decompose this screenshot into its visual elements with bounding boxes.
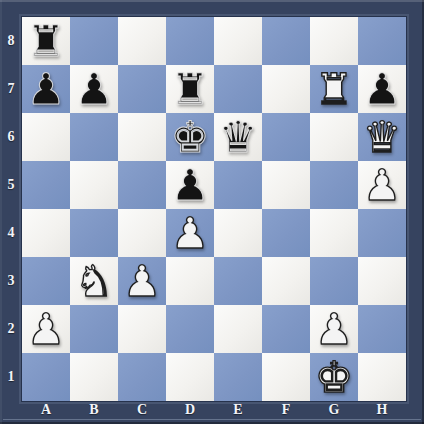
square-b1[interactable] bbox=[70, 353, 118, 401]
square-d4[interactable]: ♟ bbox=[166, 209, 214, 257]
piece-white-pawn-h5[interactable]: ♟ bbox=[363, 161, 402, 209]
square-c2[interactable] bbox=[118, 305, 166, 353]
square-d6[interactable]: ♚ bbox=[166, 113, 214, 161]
square-e5[interactable] bbox=[214, 161, 262, 209]
square-c3[interactable]: ♟ bbox=[118, 257, 166, 305]
square-d8[interactable] bbox=[166, 17, 214, 65]
piece-white-pawn-a2[interactable]: ♟ bbox=[27, 305, 66, 353]
square-b4[interactable] bbox=[70, 209, 118, 257]
square-h7[interactable]: ♟ bbox=[358, 65, 406, 113]
square-f3[interactable] bbox=[262, 257, 310, 305]
square-g2[interactable]: ♟ bbox=[310, 305, 358, 353]
square-g1[interactable]: ♚ bbox=[310, 353, 358, 401]
piece-black-king-d6[interactable]: ♚ bbox=[171, 113, 210, 161]
square-e1[interactable] bbox=[214, 353, 262, 401]
piece-black-rook-d7[interactable]: ♜ bbox=[171, 65, 210, 113]
square-g3[interactable] bbox=[310, 257, 358, 305]
piece-white-pawn-c3[interactable]: ♟ bbox=[123, 257, 162, 305]
square-f4[interactable] bbox=[262, 209, 310, 257]
piece-white-king-g1[interactable]: ♚ bbox=[315, 353, 354, 401]
square-a1[interactable] bbox=[22, 353, 70, 401]
file-label-f: F bbox=[262, 401, 310, 419]
file-label-h: H bbox=[358, 401, 406, 419]
square-d2[interactable] bbox=[166, 305, 214, 353]
piece-white-pawn-g2[interactable]: ♟ bbox=[315, 305, 354, 353]
square-e2[interactable] bbox=[214, 305, 262, 353]
piece-white-rook-g7[interactable]: ♜ bbox=[315, 65, 354, 113]
rank-label-1: 1 bbox=[0, 353, 22, 401]
square-a6[interactable] bbox=[22, 113, 70, 161]
chess-board: ♜♟♟♜♜♟♚♛♛♟♟♟♞♟♟♟♚ bbox=[22, 17, 406, 401]
square-d5[interactable]: ♟ bbox=[166, 161, 214, 209]
square-d3[interactable] bbox=[166, 257, 214, 305]
square-g7[interactable]: ♜ bbox=[310, 65, 358, 113]
square-c7[interactable] bbox=[118, 65, 166, 113]
square-h1[interactable] bbox=[358, 353, 406, 401]
rank-label-6: 6 bbox=[0, 113, 22, 161]
piece-white-pawn-d4[interactable]: ♟ bbox=[171, 209, 210, 257]
square-h3[interactable] bbox=[358, 257, 406, 305]
square-f6[interactable] bbox=[262, 113, 310, 161]
piece-black-queen-e6[interactable]: ♛ bbox=[219, 113, 258, 161]
square-g5[interactable] bbox=[310, 161, 358, 209]
square-c4[interactable] bbox=[118, 209, 166, 257]
square-h6[interactable]: ♛ bbox=[358, 113, 406, 161]
piece-black-pawn-b7[interactable]: ♟ bbox=[75, 65, 114, 113]
chess-board-frame: ♜♟♟♜♜♟♚♛♛♟♟♟♞♟♟♟♚ 87654321 ABCDEFGH bbox=[0, 0, 424, 424]
rank-label-2: 2 bbox=[0, 305, 22, 353]
square-h2[interactable] bbox=[358, 305, 406, 353]
square-g6[interactable] bbox=[310, 113, 358, 161]
square-f5[interactable] bbox=[262, 161, 310, 209]
rank-label-5: 5 bbox=[0, 161, 22, 209]
square-a2[interactable]: ♟ bbox=[22, 305, 70, 353]
square-c6[interactable] bbox=[118, 113, 166, 161]
piece-black-pawn-a7[interactable]: ♟ bbox=[27, 65, 66, 113]
square-g4[interactable] bbox=[310, 209, 358, 257]
piece-black-rook-a8[interactable]: ♜ bbox=[27, 17, 66, 65]
square-a8[interactable]: ♜ bbox=[22, 17, 70, 65]
file-label-d: D bbox=[166, 401, 214, 419]
square-a3[interactable] bbox=[22, 257, 70, 305]
piece-white-knight-b3[interactable]: ♞ bbox=[75, 257, 114, 305]
square-c1[interactable] bbox=[118, 353, 166, 401]
square-h4[interactable] bbox=[358, 209, 406, 257]
square-c5[interactable] bbox=[118, 161, 166, 209]
piece-white-queen-h6[interactable]: ♛ bbox=[363, 113, 402, 161]
square-g8[interactable] bbox=[310, 17, 358, 65]
file-label-b: B bbox=[70, 401, 118, 419]
square-b5[interactable] bbox=[70, 161, 118, 209]
square-e7[interactable] bbox=[214, 65, 262, 113]
file-label-c: C bbox=[118, 401, 166, 419]
square-h5[interactable]: ♟ bbox=[358, 161, 406, 209]
square-e4[interactable] bbox=[214, 209, 262, 257]
square-e3[interactable] bbox=[214, 257, 262, 305]
square-d7[interactable]: ♜ bbox=[166, 65, 214, 113]
square-e6[interactable]: ♛ bbox=[214, 113, 262, 161]
square-f2[interactable] bbox=[262, 305, 310, 353]
square-f7[interactable] bbox=[262, 65, 310, 113]
square-a4[interactable] bbox=[22, 209, 70, 257]
square-d1[interactable] bbox=[166, 353, 214, 401]
file-label-e: E bbox=[214, 401, 262, 419]
square-f8[interactable] bbox=[262, 17, 310, 65]
rank-label-3: 3 bbox=[0, 257, 22, 305]
square-b8[interactable] bbox=[70, 17, 118, 65]
piece-black-pawn-h7[interactable]: ♟ bbox=[363, 65, 402, 113]
square-a7[interactable]: ♟ bbox=[22, 65, 70, 113]
square-b6[interactable] bbox=[70, 113, 118, 161]
square-f1[interactable] bbox=[262, 353, 310, 401]
square-b2[interactable] bbox=[70, 305, 118, 353]
file-label-g: G bbox=[310, 401, 358, 419]
square-c8[interactable] bbox=[118, 17, 166, 65]
square-e8[interactable] bbox=[214, 17, 262, 65]
square-h8[interactable] bbox=[358, 17, 406, 65]
piece-black-pawn-d5[interactable]: ♟ bbox=[171, 161, 210, 209]
square-b3[interactable]: ♞ bbox=[70, 257, 118, 305]
rank-label-8: 8 bbox=[0, 17, 22, 65]
file-label-a: A bbox=[22, 401, 70, 419]
rank-label-4: 4 bbox=[0, 209, 22, 257]
square-a5[interactable] bbox=[22, 161, 70, 209]
square-b7[interactable]: ♟ bbox=[70, 65, 118, 113]
rank-label-7: 7 bbox=[0, 65, 22, 113]
